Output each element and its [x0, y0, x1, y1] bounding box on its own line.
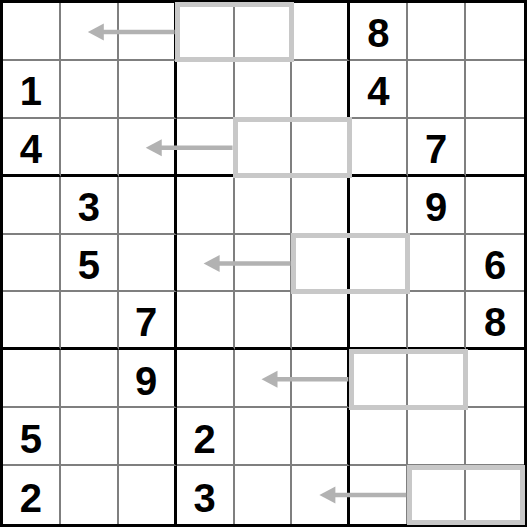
- cell-r4c7[interactable]: [350, 177, 408, 235]
- cell-r9c5[interactable]: [235, 466, 293, 524]
- cell-r3c4[interactable]: [177, 119, 235, 177]
- cell-r1c4[interactable]: [177, 3, 235, 61]
- cell-r2c9[interactable]: [466, 61, 524, 119]
- cell-r9c4[interactable]: 3: [177, 466, 235, 524]
- cell-r9c8[interactable]: [408, 466, 466, 524]
- cell-r7c4[interactable]: [177, 350, 235, 408]
- cell-r9c2[interactable]: [61, 466, 119, 524]
- given-digit: 4: [367, 69, 389, 114]
- cell-r9c1[interactable]: 2: [3, 466, 61, 524]
- given-digit: 1: [20, 69, 42, 114]
- cell-r8c2[interactable]: [61, 408, 119, 466]
- cell-r8c4[interactable]: 2: [177, 408, 235, 466]
- cell-r4c9[interactable]: [466, 177, 524, 235]
- cell-r7c1[interactable]: [3, 350, 61, 408]
- cell-r4c2[interactable]: 3: [61, 177, 119, 235]
- cell-r6c7[interactable]: [350, 292, 408, 350]
- cell-r7c2[interactable]: [61, 350, 119, 408]
- cell-r1c9[interactable]: [466, 3, 524, 61]
- cell-r8c5[interactable]: [235, 408, 293, 466]
- sudoku-grid: 8144739567895223: [3, 3, 524, 524]
- cell-r7c3[interactable]: 9: [119, 350, 177, 408]
- cell-r4c8[interactable]: 9: [408, 177, 466, 235]
- cell-r4c1[interactable]: [3, 177, 61, 235]
- cell-r8c6[interactable]: [292, 408, 350, 466]
- cell-r7c8[interactable]: [408, 350, 466, 408]
- given-digit: 7: [425, 127, 447, 172]
- cell-r9c9[interactable]: [466, 466, 524, 524]
- cell-r9c3[interactable]: [119, 466, 177, 524]
- cell-r8c8[interactable]: [408, 408, 466, 466]
- cell-r3c6[interactable]: [292, 119, 350, 177]
- cell-r3c2[interactable]: [61, 119, 119, 177]
- cell-r3c7[interactable]: [350, 119, 408, 177]
- cell-r3c8[interactable]: 7: [408, 119, 466, 177]
- cell-r8c9[interactable]: [466, 408, 524, 466]
- given-digit: 4: [20, 127, 42, 172]
- cell-r1c3[interactable]: [119, 3, 177, 61]
- given-digit: 5: [78, 243, 100, 288]
- sudoku-board: 8144739567895223: [0, 0, 527, 527]
- cell-r2c7[interactable]: 4: [350, 61, 408, 119]
- given-digit: 2: [193, 417, 215, 462]
- cell-r5c7[interactable]: [350, 235, 408, 293]
- cell-r3c9[interactable]: [466, 119, 524, 177]
- cell-r7c9[interactable]: [466, 350, 524, 408]
- cell-r3c1[interactable]: 4: [3, 119, 61, 177]
- cell-r6c8[interactable]: [408, 292, 466, 350]
- cell-r8c1[interactable]: 5: [3, 408, 61, 466]
- cell-r7c6[interactable]: [292, 350, 350, 408]
- cell-r2c4[interactable]: [177, 61, 235, 119]
- cell-r5c8[interactable]: [408, 235, 466, 293]
- cell-r2c5[interactable]: [235, 61, 293, 119]
- cell-r6c4[interactable]: [177, 292, 235, 350]
- cell-r6c5[interactable]: [235, 292, 293, 350]
- cell-r1c1[interactable]: [3, 3, 61, 61]
- cell-r6c6[interactable]: [292, 292, 350, 350]
- cell-r3c3[interactable]: [119, 119, 177, 177]
- cell-r5c5[interactable]: [235, 235, 293, 293]
- cell-r1c8[interactable]: [408, 3, 466, 61]
- cell-r4c5[interactable]: [235, 177, 293, 235]
- cell-r2c3[interactable]: [119, 61, 177, 119]
- given-digit: 9: [135, 359, 157, 404]
- cell-r2c2[interactable]: [61, 61, 119, 119]
- cell-r3c5[interactable]: [235, 119, 293, 177]
- cell-r9c7[interactable]: [350, 466, 408, 524]
- cell-r6c9[interactable]: 8: [466, 292, 524, 350]
- cell-r4c3[interactable]: [119, 177, 177, 235]
- given-digit: 3: [78, 185, 100, 230]
- cell-r5c2[interactable]: 5: [61, 235, 119, 293]
- given-digit: 7: [135, 300, 157, 345]
- cell-r6c3[interactable]: 7: [119, 292, 177, 350]
- cell-r5c3[interactable]: [119, 235, 177, 293]
- cell-r6c2[interactable]: [61, 292, 119, 350]
- cell-r1c7[interactable]: 8: [350, 3, 408, 61]
- given-digit: 8: [367, 11, 389, 56]
- cell-r6c1[interactable]: [3, 292, 61, 350]
- cell-r7c7[interactable]: [350, 350, 408, 408]
- cell-r1c2[interactable]: [61, 3, 119, 61]
- cell-r1c5[interactable]: [235, 3, 293, 61]
- cell-r4c4[interactable]: [177, 177, 235, 235]
- cell-r5c4[interactable]: [177, 235, 235, 293]
- given-digit: 6: [484, 243, 506, 288]
- given-digit: 5: [20, 417, 42, 462]
- cell-r5c1[interactable]: [3, 235, 61, 293]
- cell-r5c9[interactable]: 6: [466, 235, 524, 293]
- cell-r2c1[interactable]: 1: [3, 61, 61, 119]
- given-digit: 3: [193, 476, 215, 521]
- cell-r2c6[interactable]: [292, 61, 350, 119]
- given-digit: 8: [484, 300, 506, 345]
- cell-r1c6[interactable]: [292, 3, 350, 61]
- given-digit: 9: [425, 185, 447, 230]
- cell-r5c6[interactable]: [292, 235, 350, 293]
- cell-r2c8[interactable]: [408, 61, 466, 119]
- cell-r8c3[interactable]: [119, 408, 177, 466]
- given-digit: 2: [20, 476, 42, 521]
- cell-r9c6[interactable]: [292, 466, 350, 524]
- cell-r8c7[interactable]: [350, 408, 408, 466]
- cell-r7c5[interactable]: [235, 350, 293, 408]
- cell-r4c6[interactable]: [292, 177, 350, 235]
